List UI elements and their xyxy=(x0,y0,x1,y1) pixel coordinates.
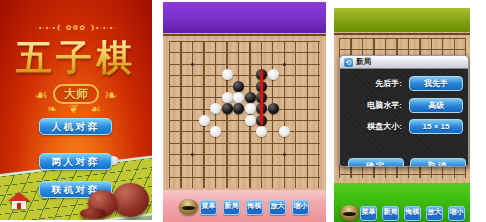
new-game-dialog-panel: ⟲ 新局 先后手: 我先手 电脑水平: 高级 棋盘大小: 15 × 15 确定 … xyxy=(334,8,470,222)
toolbar-undo-button[interactable]: 悔棋 xyxy=(246,200,263,215)
star-point xyxy=(283,63,286,66)
bottom-toolbar-mid: 菜单 新局 悔棋 放大 缩小 xyxy=(163,190,326,222)
board-size-select[interactable]: 15 × 15 xyxy=(409,119,463,134)
dialog-title: 新局 xyxy=(356,57,371,67)
green-top-band xyxy=(334,8,470,32)
gomoku-board[interactable] xyxy=(163,33,326,190)
black-stone xyxy=(233,81,244,92)
board-size-label: 棋盘大小: xyxy=(340,121,402,132)
swirl-right-icon: ☙ xyxy=(104,87,117,102)
dialog-body: 先后手: 我先手 电脑水平: 高级 棋盘大小: 15 × 15 确定 取消 xyxy=(340,70,468,166)
dialog-title-bar: ⟲ 新局 xyxy=(340,56,468,69)
new-game-dialog: ⟲ 新局 先后手: 我先手 电脑水平: 高级 棋盘大小: 15 × 15 确定 … xyxy=(339,55,469,167)
white-stone xyxy=(222,92,233,103)
first-move-label: 先后手: xyxy=(340,78,402,89)
black-stone xyxy=(222,103,233,114)
first-move-select[interactable]: 我先手 xyxy=(409,76,463,91)
white-stone xyxy=(279,126,290,137)
star-point xyxy=(191,63,194,66)
white-stone xyxy=(210,126,221,137)
toolbar-menu-button[interactable]: 菜单 xyxy=(360,206,377,221)
game-board-panel: 菜单 新局 悔棋 放大 缩小 xyxy=(163,2,326,222)
badge-row: ☙ 大师 ☙ xyxy=(0,84,152,104)
board-top-edge xyxy=(334,33,470,35)
white-stone xyxy=(199,115,210,126)
toolbar-undo-button[interactable]: 悔棋 xyxy=(404,206,421,221)
home-icon-door xyxy=(17,203,21,209)
white-stone xyxy=(245,103,256,114)
red-stone-bowl xyxy=(112,183,149,217)
stone-bowl-icon xyxy=(179,199,198,215)
board-top-edge xyxy=(163,34,326,36)
white-stone xyxy=(245,115,256,126)
winning-line xyxy=(260,70,263,125)
toolbar-new-game-button[interactable]: 新局 xyxy=(223,200,240,215)
star-point xyxy=(283,153,286,156)
toolbar-zoom-out-button[interactable]: 缩小 xyxy=(448,206,465,221)
gold-flourish: ❧ ❦ ☙ xyxy=(0,102,152,116)
app-store-screenshots: ·•·•·•❨ ✿❁✿ ❩•·•·•· 五子棋 ☙ 大师 ☙ ❧ ❦ ☙ 人机对… xyxy=(0,0,486,222)
home-icon[interactable] xyxy=(8,192,30,209)
swirl-left-icon: ☙ xyxy=(35,87,48,102)
app-title: 五子棋 xyxy=(0,34,152,83)
toolbar-zoom-in-button[interactable]: 放大 xyxy=(426,206,443,221)
menu-button-two-players[interactable]: 两人对弈 xyxy=(39,153,112,170)
ok-button[interactable]: 确定 xyxy=(348,158,404,167)
toolbar-zoom-in-button[interactable]: 放大 xyxy=(269,200,286,215)
menu-button-human-vs-computer[interactable]: 人机对弈 xyxy=(39,118,112,135)
star-point xyxy=(191,153,194,156)
black-stone xyxy=(245,92,256,103)
red-stone-flat xyxy=(80,208,106,219)
toolbar-new-game-button[interactable]: 新局 xyxy=(382,206,399,221)
white-stone xyxy=(233,92,244,103)
computer-level-select[interactable]: 高级 xyxy=(409,98,463,113)
home-icon-roof xyxy=(8,192,30,201)
cancel-button[interactable]: 取消 xyxy=(410,158,466,167)
title-screen-panel: ·•·•·•❨ ✿❁✿ ❩•·•·•· 五子棋 ☙ 大师 ☙ ❧ ❦ ☙ 人机对… xyxy=(0,0,152,220)
white-stone xyxy=(256,126,267,137)
top-banner xyxy=(163,2,326,33)
new-game-icon: ⟲ xyxy=(344,58,353,67)
master-badge: 大师 xyxy=(53,84,99,104)
computer-level-label: 电脑水平: xyxy=(340,100,402,111)
black-stone xyxy=(268,103,279,114)
white-stone xyxy=(268,69,279,80)
gold-ornament-top: ·•·•·•❨ ✿❁✿ ❩•·•·•· xyxy=(0,24,152,32)
toolbar-zoom-out-button[interactable]: 缩小 xyxy=(292,200,309,215)
stone-bowl-icon xyxy=(340,205,359,221)
white-stone xyxy=(222,69,233,80)
toolbar-menu-button[interactable]: 菜单 xyxy=(200,200,217,215)
